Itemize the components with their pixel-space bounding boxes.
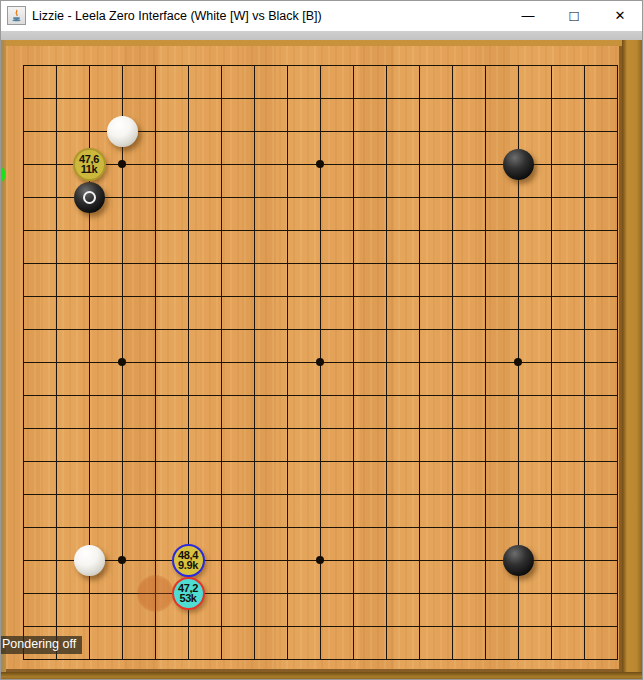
- suggestion-F3[interactable]: 47,253k: [172, 577, 205, 610]
- white-stone-C4[interactable]: [74, 545, 105, 576]
- suggestion-F4[interactable]: 48,49.9k: [172, 544, 205, 577]
- suggestion-C16[interactable]: 47,611k: [73, 148, 106, 181]
- suggestion-visits: 11k: [81, 164, 98, 174]
- white-stone-D17[interactable]: [107, 116, 138, 147]
- maximize-button[interactable]: □: [551, 0, 597, 31]
- minimize-button[interactable]: —: [505, 0, 551, 31]
- last-move-marker: [83, 191, 96, 204]
- board-field[interactable]: 47,611k48,49.9k47,253k: [6, 46, 622, 672]
- goban: 47,611k48,49.9k47,253k Pondering off: [0, 40, 643, 680]
- window-controls: — □ ✕: [505, 0, 643, 31]
- suggestion-visits: 9.9k: [178, 560, 198, 570]
- java-coffee-cup-icon: [7, 6, 26, 25]
- java-logo-glyph: [10, 9, 23, 22]
- black-stone-Q16[interactable]: [503, 149, 534, 180]
- hover-ghost-E3[interactable]: [137, 575, 174, 612]
- close-button[interactable]: ✕: [597, 0, 643, 31]
- window-title: Lizzie - Leela Zero Interface (White [W]…: [32, 9, 322, 23]
- stones-layer: 47,611k48,49.9k47,253k: [7, 49, 634, 676]
- pondering-status: Pondering off: [0, 636, 82, 654]
- title-bar: Lizzie - Leela Zero Interface (White [W]…: [0, 0, 643, 31]
- black-stone-C15[interactable]: [74, 182, 105, 213]
- title-bar-lower-strip: [0, 31, 643, 40]
- black-stone-Q4[interactable]: [503, 545, 534, 576]
- suggestion-visits: 53k: [179, 593, 196, 603]
